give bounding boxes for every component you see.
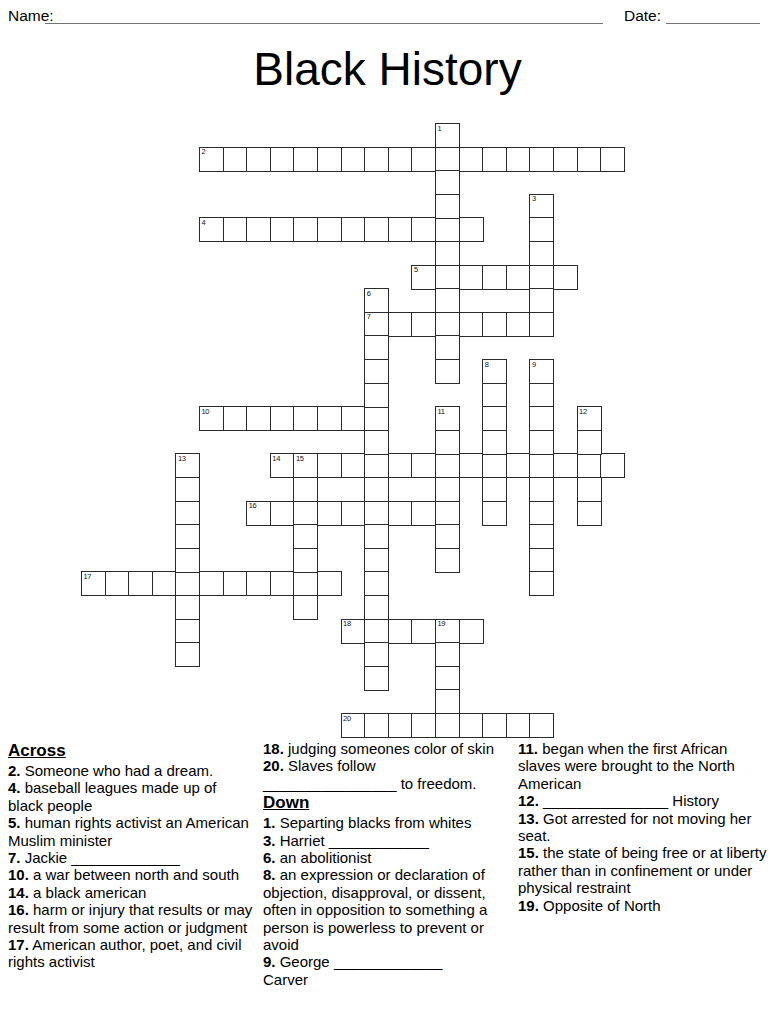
grid-cell[interactable] xyxy=(317,571,342,596)
grid-cell[interactable] xyxy=(482,430,507,455)
grid-cell[interactable] xyxy=(388,713,413,738)
grid-cell[interactable] xyxy=(364,524,389,549)
clue-number: 3. xyxy=(263,832,276,849)
clue-number: 18. xyxy=(263,740,284,757)
clue-11-down: 11. began when the first African slaves … xyxy=(518,740,768,792)
clue-column-3: 11. began when the first African slaves … xyxy=(518,740,768,914)
grid-cell[interactable] xyxy=(293,501,318,526)
cell-number: 20 xyxy=(343,715,351,723)
grid-cell[interactable] xyxy=(293,147,318,172)
grid-cell[interactable]: 19 xyxy=(435,619,460,644)
grid-cell[interactable] xyxy=(105,571,130,596)
clue-number: 20. xyxy=(263,757,284,774)
clue-14-across: 14. a black american xyxy=(8,884,255,901)
grid-cell[interactable] xyxy=(482,453,507,478)
grid-cell[interactable] xyxy=(506,312,531,337)
grid-cell[interactable] xyxy=(388,312,413,337)
grid-cell[interactable] xyxy=(293,524,318,549)
grid-cell[interactable] xyxy=(317,501,342,526)
grid-cell[interactable] xyxy=(577,430,602,455)
grid-cell[interactable] xyxy=(364,217,389,242)
grid-cell[interactable] xyxy=(270,217,295,242)
grid-cell[interactable] xyxy=(270,501,295,526)
grid-cell[interactable] xyxy=(246,217,271,242)
grid-cell[interactable] xyxy=(270,147,295,172)
grid-cell[interactable] xyxy=(459,265,484,290)
grid-cell[interactable] xyxy=(411,713,436,738)
grid-cell[interactable]: 20 xyxy=(341,713,366,738)
grid-cell[interactable] xyxy=(411,619,436,644)
cell-number: 13 xyxy=(178,455,186,463)
grid-cell[interactable] xyxy=(364,453,389,478)
clue-number: 14. xyxy=(8,884,29,901)
clue-6-down: 6. an abolitionist xyxy=(263,849,509,866)
cell-number: 15 xyxy=(296,455,304,463)
page-title: Black History xyxy=(0,45,775,93)
grid-cell[interactable] xyxy=(364,359,389,384)
grid-cell[interactable] xyxy=(341,217,366,242)
grid-cell[interactable] xyxy=(529,312,554,337)
grid-cell[interactable] xyxy=(364,383,389,408)
grid-cell[interactable] xyxy=(553,453,578,478)
grid-cell[interactable] xyxy=(529,406,554,431)
grid-cell[interactable] xyxy=(293,406,318,431)
clue-2-across: 2. Someone who had a dream. xyxy=(8,762,255,779)
cell-number: 6 xyxy=(367,290,371,298)
cell-number: 1 xyxy=(438,125,442,133)
grid-cell[interactable] xyxy=(506,147,531,172)
clue-20-across: 20. Slaves follow________________ to fre… xyxy=(263,757,509,792)
grid-cell[interactable] xyxy=(435,335,460,360)
grid-cell[interactable] xyxy=(529,548,554,573)
grid-cell[interactable] xyxy=(577,453,602,478)
grid-cell[interactable] xyxy=(364,477,389,502)
grid-cell[interactable] xyxy=(435,524,460,549)
grid-cell[interactable] xyxy=(175,477,200,502)
clue-number: 4. xyxy=(8,779,21,796)
grid-cell[interactable] xyxy=(459,713,484,738)
grid-cell[interactable] xyxy=(553,147,578,172)
grid-cell[interactable] xyxy=(293,548,318,573)
grid-cell[interactable] xyxy=(482,265,507,290)
grid-cell[interactable]: 4 xyxy=(199,217,224,242)
grid-cell[interactable] xyxy=(411,312,436,337)
grid-cell[interactable] xyxy=(482,477,507,502)
grid-cell[interactable] xyxy=(293,571,318,596)
grid-cell[interactable] xyxy=(175,619,200,644)
grid-cell[interactable] xyxy=(482,383,507,408)
clue-column-2: 18. judging someones color of skin20. Sl… xyxy=(263,740,509,988)
grid-cell[interactable] xyxy=(435,501,460,526)
grid-cell[interactable] xyxy=(435,194,460,219)
grid-cell[interactable] xyxy=(317,147,342,172)
grid-cell[interactable] xyxy=(506,265,531,290)
grid-cell[interactable] xyxy=(364,666,389,691)
clue-17-across: 17. American author, poet, and civil rig… xyxy=(8,936,255,971)
clue-18-across: 18. judging someones color of skin xyxy=(263,740,509,757)
grid-cell[interactable] xyxy=(199,571,224,596)
clue-8-down: 8. an expression or declaration of objec… xyxy=(263,866,509,953)
grid-cell[interactable] xyxy=(435,642,460,667)
grid-cell[interactable] xyxy=(317,453,342,478)
grid-cell[interactable] xyxy=(128,571,153,596)
grid-cell[interactable] xyxy=(529,383,554,408)
grid-cell[interactable] xyxy=(435,170,460,195)
cell-number: 18 xyxy=(343,620,351,628)
grid-cell[interactable] xyxy=(388,619,413,644)
grid-cell[interactable] xyxy=(175,524,200,549)
clue-number: 16. xyxy=(8,901,29,918)
grid-cell[interactable] xyxy=(246,406,271,431)
clue-10-across: 10. a war between north and south xyxy=(8,866,255,883)
grid-cell[interactable] xyxy=(435,666,460,691)
clue-number: 1. xyxy=(263,814,276,831)
grid-cell[interactable]: 9 xyxy=(529,359,554,384)
grid-cell[interactable] xyxy=(435,312,460,337)
cell-number: 4 xyxy=(202,219,206,227)
clue-number: 12. xyxy=(518,792,539,809)
grid-cell[interactable] xyxy=(529,147,554,172)
grid-cell[interactable] xyxy=(364,147,389,172)
grid-cell[interactable] xyxy=(411,501,436,526)
clue-number: 2. xyxy=(8,762,21,779)
cell-number: 19 xyxy=(438,620,446,628)
grid-cell[interactable] xyxy=(529,241,554,266)
across-header: Across xyxy=(8,741,255,760)
grid-cell[interactable] xyxy=(435,359,460,384)
clue-1-down: 1. Separting blacks from whites xyxy=(263,814,509,831)
grid-cell[interactable] xyxy=(459,312,484,337)
grid-cell[interactable] xyxy=(364,642,389,667)
cell-number: 9 xyxy=(532,361,536,369)
grid-cell[interactable]: 3 xyxy=(529,194,554,219)
grid-cell[interactable] xyxy=(529,288,554,313)
cell-number: 16 xyxy=(249,502,257,510)
grid-cell[interactable] xyxy=(364,571,389,596)
grid-cell[interactable] xyxy=(435,147,460,172)
grid-cell[interactable] xyxy=(341,406,366,431)
grid-cell[interactable] xyxy=(577,501,602,526)
grid-cell[interactable] xyxy=(529,713,554,738)
grid-cell[interactable] xyxy=(388,217,413,242)
grid-cell[interactable] xyxy=(482,312,507,337)
grid-cell[interactable] xyxy=(459,147,484,172)
grid-cell[interactable] xyxy=(482,147,507,172)
grid-cell[interactable]: 7 xyxy=(364,312,389,337)
grid-cell[interactable] xyxy=(364,595,389,620)
clue-number: 11. xyxy=(518,740,538,757)
grid-cell[interactable] xyxy=(364,619,389,644)
grid-cell[interactable] xyxy=(529,477,554,502)
clue-number: 17. xyxy=(8,936,29,953)
clue-number: 15. xyxy=(518,844,539,861)
grid-cell[interactable]: 8 xyxy=(482,359,507,384)
grid-cell[interactable]: 6 xyxy=(364,288,389,313)
cell-number: 3 xyxy=(532,195,536,203)
grid-cell[interactable] xyxy=(435,713,460,738)
grid-cell[interactable] xyxy=(293,477,318,502)
worksheet-page: Name: Date: Black History 24571014151617… xyxy=(0,0,775,1028)
grid-cell[interactable] xyxy=(529,501,554,526)
grid-cell[interactable] xyxy=(577,477,602,502)
grid-cell[interactable] xyxy=(506,713,531,738)
grid-cell[interactable]: 18 xyxy=(341,619,366,644)
grid-cell[interactable] xyxy=(293,217,318,242)
cell-number: 7 xyxy=(367,313,371,321)
grid-cell[interactable] xyxy=(459,619,484,644)
grid-cell[interactable] xyxy=(364,501,389,526)
grid-cell[interactable] xyxy=(175,595,200,620)
grid-cell[interactable]: 5 xyxy=(411,265,436,290)
grid-cell[interactable]: 12 xyxy=(577,406,602,431)
grid-cell[interactable] xyxy=(223,217,248,242)
grid-cell[interactable] xyxy=(270,571,295,596)
grid-cell[interactable] xyxy=(223,571,248,596)
grid-cell[interactable] xyxy=(246,571,271,596)
grid-cell[interactable] xyxy=(388,501,413,526)
grid-cell[interactable] xyxy=(223,406,248,431)
grid-cell[interactable] xyxy=(435,430,460,455)
clue-16-across: 16. harm or injury that results or may r… xyxy=(8,901,255,936)
clue-number: 5. xyxy=(8,814,21,831)
grid-cell[interactable]: 16 xyxy=(246,501,271,526)
grid-cell[interactable] xyxy=(577,147,602,172)
grid-cell[interactable]: 13 xyxy=(175,453,200,478)
grid-cell[interactable] xyxy=(529,524,554,549)
grid-cell[interactable] xyxy=(435,689,460,714)
grid-cell[interactable] xyxy=(270,406,295,431)
grid-cell[interactable] xyxy=(341,501,366,526)
grid-cell[interactable] xyxy=(411,453,436,478)
clue-3-down: 3. Harriet ____________ xyxy=(263,832,509,849)
grid-cell[interactable] xyxy=(411,217,436,242)
grid-cell[interactable] xyxy=(341,147,366,172)
clue-4-across: 4. baseball leagues made up of black peo… xyxy=(8,779,255,814)
cell-number: 8 xyxy=(485,361,489,369)
grid-cell[interactable] xyxy=(364,406,389,431)
grid-cell[interactable]: 14 xyxy=(270,453,295,478)
grid-cell[interactable] xyxy=(529,217,554,242)
cell-number: 5 xyxy=(414,266,418,274)
grid-cell[interactable] xyxy=(317,217,342,242)
grid-cell[interactable] xyxy=(364,548,389,573)
grid-cell[interactable] xyxy=(317,406,342,431)
grid-cell[interactable] xyxy=(435,477,460,502)
grid-cell[interactable] xyxy=(600,147,625,172)
clue-7-across: 7. Jackie _____________ xyxy=(8,849,255,866)
grid-cell[interactable] xyxy=(223,147,248,172)
grid-cell[interactable]: 2 xyxy=(199,147,224,172)
clue-number: 19. xyxy=(518,897,539,914)
grid-cell[interactable] xyxy=(364,713,389,738)
grid-cell[interactable] xyxy=(482,501,507,526)
grid-cell[interactable] xyxy=(529,453,554,478)
clue-column-1: Across2. Someone who had a dream.4. base… xyxy=(8,740,255,971)
grid-cell[interactable] xyxy=(341,453,366,478)
clue-number: 8. xyxy=(263,866,276,883)
clue-number: 7. xyxy=(8,849,21,866)
grid-cell[interactable]: 15 xyxy=(293,453,318,478)
grid-cell[interactable] xyxy=(529,430,554,455)
grid-cell[interactable] xyxy=(364,430,389,455)
grid-cell[interactable] xyxy=(553,265,578,290)
grid-cell[interactable] xyxy=(435,265,460,290)
date-label: Date: xyxy=(624,7,661,25)
down-header: Down xyxy=(263,793,509,812)
cell-number: 2 xyxy=(202,148,206,156)
clue-15-down: 15. the state of being free or at libert… xyxy=(518,844,768,896)
cell-number: 10 xyxy=(202,408,210,416)
grid-cell[interactable] xyxy=(435,288,460,313)
clue-13-down: 13. Got arrested for not moving her seat… xyxy=(518,810,768,845)
grid-cell[interactable]: 11 xyxy=(435,406,460,431)
grid-cell[interactable] xyxy=(529,571,554,596)
grid-cell[interactable] xyxy=(600,453,625,478)
clue-number: 10. xyxy=(8,866,29,883)
grid-cell[interactable] xyxy=(175,571,200,596)
grid-cell[interactable] xyxy=(175,501,200,526)
clue-12-down: 12. _______________ History xyxy=(518,792,768,809)
grid-cell[interactable] xyxy=(246,147,271,172)
grid-cell[interactable] xyxy=(175,642,200,667)
date-blank-line[interactable] xyxy=(666,7,760,24)
name-blank-line[interactable] xyxy=(45,7,603,24)
clue-9-down: 9. George _____________Carver xyxy=(263,953,509,988)
clue-5-across: 5. human rights activist an American Mus… xyxy=(8,814,255,849)
clue-19-down: 19. Opposite of North xyxy=(518,897,768,914)
grid-cell[interactable]: 1 xyxy=(435,123,460,148)
grid-cell[interactable]: 17 xyxy=(81,571,106,596)
cell-number: 11 xyxy=(438,408,445,416)
cell-number: 12 xyxy=(579,408,587,416)
grid-cell[interactable] xyxy=(529,265,554,290)
clue-number: 9. xyxy=(263,953,276,970)
grid-cell[interactable] xyxy=(293,595,318,620)
grid-cell[interactable] xyxy=(459,217,484,242)
cell-number: 17 xyxy=(84,573,92,581)
cell-number: 14 xyxy=(272,455,280,463)
grid-cell[interactable] xyxy=(364,335,389,360)
grid-cell[interactable] xyxy=(435,241,460,266)
grid-cell[interactable] xyxy=(152,571,177,596)
grid-cell[interactable]: 10 xyxy=(199,406,224,431)
grid-cell[interactable] xyxy=(459,453,484,478)
grid-cell[interactable] xyxy=(435,548,460,573)
clue-number: 6. xyxy=(263,849,276,866)
grid-cell[interactable] xyxy=(482,406,507,431)
grid-cell[interactable] xyxy=(388,147,413,172)
grid-cell[interactable] xyxy=(435,453,460,478)
grid-cell[interactable] xyxy=(506,453,531,478)
clue-number: 13. xyxy=(518,810,539,827)
grid-cell[interactable] xyxy=(435,217,460,242)
grid-cell[interactable] xyxy=(411,147,436,172)
grid-cell[interactable] xyxy=(388,453,413,478)
grid-cell[interactable] xyxy=(175,548,200,573)
grid-cell[interactable] xyxy=(482,713,507,738)
